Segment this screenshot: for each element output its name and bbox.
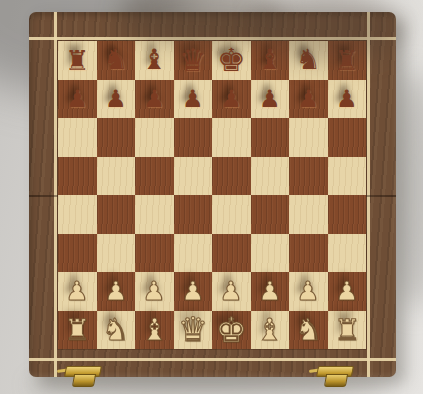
square-g7[interactable]: ♟	[289, 80, 328, 119]
piece-black-pawn[interactable]: ♟	[336, 87, 358, 111]
square-a4[interactable]	[58, 195, 97, 234]
square-d6[interactable]	[174, 118, 213, 157]
square-h6[interactable]	[328, 118, 367, 157]
square-f4[interactable]	[251, 195, 290, 234]
square-e6[interactable]	[212, 118, 251, 157]
square-h8[interactable]: ♜	[328, 41, 367, 80]
square-h1[interactable]: ♜	[328, 311, 367, 350]
square-b5[interactable]	[97, 157, 136, 196]
chess-box: ♜♞♝♛♚♝♞♜♟♟♟♟♟♟♟♟♟♟♟♟♟♟♟♟♜♞♝♛♚♝♞♜	[29, 12, 396, 377]
square-c1[interactable]: ♝	[135, 311, 174, 350]
square-g4[interactable]	[289, 195, 328, 234]
square-e7[interactable]: ♟	[212, 80, 251, 119]
square-e5[interactable]	[212, 157, 251, 196]
square-a3[interactable]	[58, 234, 97, 273]
piece-white-king[interactable]: ♚	[216, 312, 247, 347]
square-d5[interactable]	[174, 157, 213, 196]
piece-black-pawn[interactable]: ♟	[143, 87, 165, 111]
square-d2[interactable]: ♟	[174, 272, 213, 311]
piece-black-pawn[interactable]: ♟	[297, 87, 319, 111]
square-h2[interactable]: ♟	[328, 272, 367, 311]
square-b1[interactable]: ♞	[97, 311, 136, 350]
square-f3[interactable]	[251, 234, 290, 273]
square-d4[interactable]	[174, 195, 213, 234]
background-shadow-right	[392, 70, 423, 310]
inlay-line-top	[29, 37, 396, 40]
square-g8[interactable]: ♞	[289, 41, 328, 80]
piece-black-bishop[interactable]: ♝	[142, 46, 167, 74]
square-b7[interactable]: ♟	[97, 80, 136, 119]
square-a6[interactable]	[58, 118, 97, 157]
square-d8[interactable]: ♛	[174, 41, 213, 80]
piece-black-queen[interactable]: ♛	[179, 45, 207, 76]
square-c8[interactable]: ♝	[135, 41, 174, 80]
square-e8[interactable]: ♚	[212, 41, 251, 80]
piece-black-pawn[interactable]: ♟	[66, 87, 88, 111]
square-a7[interactable]: ♟	[58, 80, 97, 119]
inlay-line-bottom	[29, 358, 396, 361]
piece-black-knight[interactable]: ♞	[103, 46, 128, 74]
piece-white-pawn[interactable]: ♟	[181, 278, 204, 304]
square-c6[interactable]	[135, 118, 174, 157]
square-c3[interactable]	[135, 234, 174, 273]
square-h3[interactable]	[328, 234, 367, 273]
square-f8[interactable]: ♝	[251, 41, 290, 80]
square-a5[interactable]	[58, 157, 97, 196]
piece-black-rook[interactable]: ♜	[65, 47, 89, 74]
piece-black-knight[interactable]: ♞	[296, 46, 321, 74]
photo-scene: ♜♞♝♛♚♝♞♜♟♟♟♟♟♟♟♟♟♟♟♟♟♟♟♟♜♞♝♛♚♝♞♜	[0, 0, 423, 394]
square-e3[interactable]	[212, 234, 251, 273]
square-c2[interactable]: ♟	[135, 272, 174, 311]
piece-white-knight[interactable]: ♞	[295, 315, 322, 345]
square-e1[interactable]: ♚	[212, 311, 251, 350]
piece-white-rook[interactable]: ♜	[64, 315, 90, 344]
square-d1[interactable]: ♛	[174, 311, 213, 350]
piece-white-pawn[interactable]: ♟	[220, 278, 243, 304]
square-c4[interactable]	[135, 195, 174, 234]
square-f6[interactable]	[251, 118, 290, 157]
square-a8[interactable]: ♜	[58, 41, 97, 80]
piece-black-rook[interactable]: ♜	[335, 47, 359, 74]
piece-white-knight[interactable]: ♞	[102, 315, 129, 345]
piece-white-pawn[interactable]: ♟	[66, 278, 89, 304]
piece-white-bishop[interactable]: ♝	[141, 315, 168, 345]
piece-black-bishop[interactable]: ♝	[257, 46, 282, 74]
square-b4[interactable]	[97, 195, 136, 234]
piece-black-pawn[interactable]: ♟	[182, 87, 204, 111]
square-b6[interactable]	[97, 118, 136, 157]
square-b3[interactable]	[97, 234, 136, 273]
square-g6[interactable]	[289, 118, 328, 157]
chess-board: ♜♞♝♛♚♝♞♜♟♟♟♟♟♟♟♟♟♟♟♟♟♟♟♟♜♞♝♛♚♝♞♜	[58, 41, 366, 349]
piece-black-pawn[interactable]: ♟	[220, 87, 242, 111]
piece-white-bishop[interactable]: ♝	[256, 315, 283, 345]
square-d3[interactable]	[174, 234, 213, 273]
square-f2[interactable]: ♟	[251, 272, 290, 311]
square-f5[interactable]	[251, 157, 290, 196]
square-h7[interactable]: ♟	[328, 80, 367, 119]
square-b8[interactable]: ♞	[97, 41, 136, 80]
clasp-tab	[72, 374, 96, 387]
square-h4[interactable]	[328, 195, 367, 234]
piece-black-pawn[interactable]: ♟	[259, 87, 281, 111]
piece-black-king[interactable]: ♚	[217, 44, 246, 76]
piece-black-pawn[interactable]: ♟	[105, 87, 127, 111]
piece-white-queen[interactable]: ♛	[178, 313, 208, 346]
square-a2[interactable]: ♟	[58, 272, 97, 311]
square-g1[interactable]: ♞	[289, 311, 328, 350]
square-g3[interactable]	[289, 234, 328, 273]
piece-white-pawn[interactable]: ♟	[104, 278, 127, 304]
square-h5[interactable]	[328, 157, 367, 196]
square-g5[interactable]	[289, 157, 328, 196]
square-e4[interactable]	[212, 195, 251, 234]
square-a1[interactable]: ♜	[58, 311, 97, 350]
clasp-tab	[324, 374, 348, 387]
piece-white-rook[interactable]: ♜	[334, 315, 360, 344]
piece-white-pawn[interactable]: ♟	[297, 278, 320, 304]
square-e2[interactable]: ♟	[212, 272, 251, 311]
square-b2[interactable]: ♟	[97, 272, 136, 311]
square-g2[interactable]: ♟	[289, 272, 328, 311]
square-c7[interactable]: ♟	[135, 80, 174, 119]
piece-white-pawn[interactable]: ♟	[335, 278, 358, 304]
square-c5[interactable]	[135, 157, 174, 196]
piece-white-pawn[interactable]: ♟	[143, 278, 166, 304]
square-f1[interactable]: ♝	[251, 311, 290, 350]
left-clasp	[61, 366, 105, 388]
piece-white-pawn[interactable]: ♟	[258, 278, 281, 304]
right-clasp	[313, 366, 357, 388]
square-d7[interactable]: ♟	[174, 80, 213, 119]
square-f7[interactable]: ♟	[251, 80, 290, 119]
